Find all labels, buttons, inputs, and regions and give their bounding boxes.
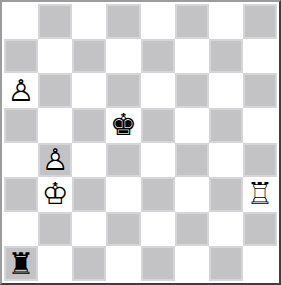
white-pawn[interactable]: ♟♙: [4, 73, 38, 108]
white-pawn-outline: ♙: [38, 143, 72, 178]
square-f3[interactable]: [175, 177, 209, 212]
black-rook[interactable]: ♜: [4, 246, 38, 281]
square-h5[interactable]: [243, 108, 277, 143]
square-f6[interactable]: [175, 73, 209, 108]
square-d6[interactable]: [106, 73, 140, 108]
white-king-outline: ♔: [38, 177, 72, 212]
square-b7[interactable]: [38, 39, 72, 74]
square-g5[interactable]: [209, 108, 243, 143]
square-b4[interactable]: ♟♙: [38, 143, 72, 178]
square-e2[interactable]: [141, 212, 175, 247]
square-f1[interactable]: [175, 246, 209, 281]
white-pawn-outline: ♙: [4, 73, 38, 108]
square-a2[interactable]: [4, 212, 38, 247]
square-d2[interactable]: [106, 212, 140, 247]
square-a6[interactable]: ♟♙: [4, 73, 38, 108]
square-d8[interactable]: [106, 4, 140, 39]
square-e1[interactable]: [141, 246, 175, 281]
chess-board: ♟♙♚♟♙♚♔♜♖♜: [0, 0, 281, 285]
square-h4[interactable]: [243, 143, 277, 178]
square-g8[interactable]: [209, 4, 243, 39]
square-a3[interactable]: [4, 177, 38, 212]
square-b5[interactable]: [38, 108, 72, 143]
white-king[interactable]: ♚♔: [38, 177, 72, 212]
black-king[interactable]: ♚: [106, 108, 140, 143]
square-h8[interactable]: [243, 4, 277, 39]
square-c4[interactable]: [72, 143, 106, 178]
square-b8[interactable]: [38, 4, 72, 39]
square-f5[interactable]: [175, 108, 209, 143]
square-c2[interactable]: [72, 212, 106, 247]
square-a7[interactable]: [4, 39, 38, 74]
square-d5[interactable]: ♚: [106, 108, 140, 143]
square-e8[interactable]: [141, 4, 175, 39]
square-g3[interactable]: [209, 177, 243, 212]
square-g7[interactable]: [209, 39, 243, 74]
square-b1[interactable]: [38, 246, 72, 281]
chess-diagram: ♟♙♚♟♙♚♔♜♖♜: [0, 0, 281, 285]
square-c8[interactable]: [72, 4, 106, 39]
square-a1[interactable]: ♜: [4, 246, 38, 281]
square-g2[interactable]: [209, 212, 243, 247]
square-a5[interactable]: [4, 108, 38, 143]
white-pawn[interactable]: ♟♙: [38, 143, 72, 178]
square-g4[interactable]: [209, 143, 243, 178]
square-e3[interactable]: [141, 177, 175, 212]
square-f7[interactable]: [175, 39, 209, 74]
square-c1[interactable]: [72, 246, 106, 281]
square-h6[interactable]: [243, 73, 277, 108]
square-g6[interactable]: [209, 73, 243, 108]
square-c3[interactable]: [72, 177, 106, 212]
white-rook[interactable]: ♜♖: [243, 177, 277, 212]
square-d4[interactable]: [106, 143, 140, 178]
square-d1[interactable]: [106, 246, 140, 281]
square-e7[interactable]: [141, 39, 175, 74]
square-f2[interactable]: [175, 212, 209, 247]
square-c5[interactable]: [72, 108, 106, 143]
square-h2[interactable]: [243, 212, 277, 247]
square-h1[interactable]: [243, 246, 277, 281]
square-h3[interactable]: ♜♖: [243, 177, 277, 212]
square-e4[interactable]: [141, 143, 175, 178]
square-d7[interactable]: [106, 39, 140, 74]
square-b6[interactable]: [38, 73, 72, 108]
square-f4[interactable]: [175, 143, 209, 178]
square-a8[interactable]: [4, 4, 38, 39]
square-h7[interactable]: [243, 39, 277, 74]
square-g1[interactable]: [209, 246, 243, 281]
square-c7[interactable]: [72, 39, 106, 74]
square-c6[interactable]: [72, 73, 106, 108]
square-b2[interactable]: [38, 212, 72, 247]
square-e6[interactable]: [141, 73, 175, 108]
square-f8[interactable]: [175, 4, 209, 39]
square-d3[interactable]: [106, 177, 140, 212]
square-e5[interactable]: [141, 108, 175, 143]
white-rook-outline: ♖: [243, 177, 277, 212]
square-a4[interactable]: [4, 143, 38, 178]
square-b3[interactable]: ♚♔: [38, 177, 72, 212]
